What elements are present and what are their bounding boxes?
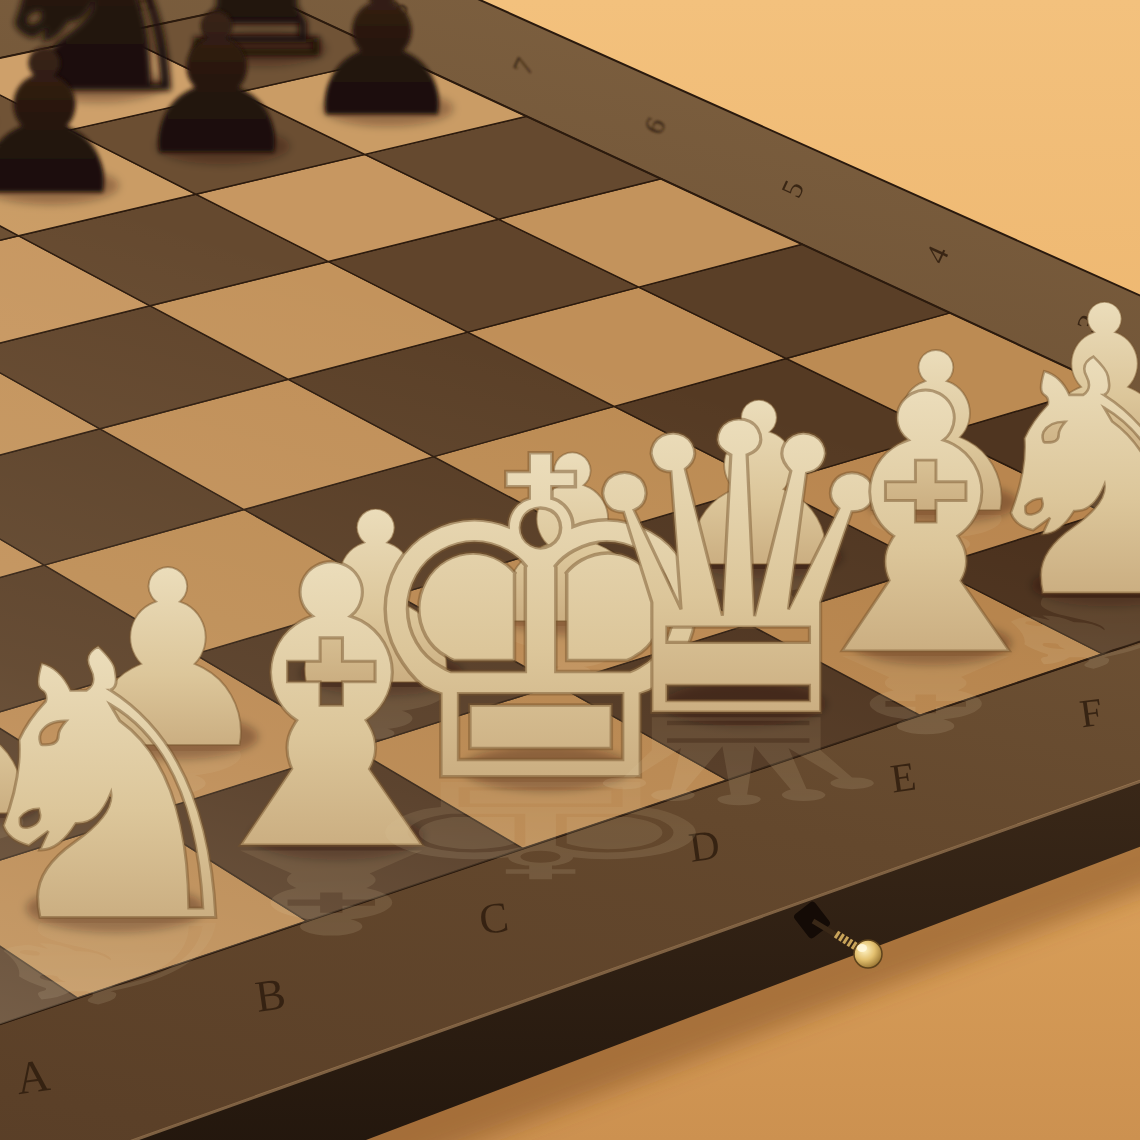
piece-glyph: ♟ — [297, 0, 467, 159]
piece-black-pawn-g7: ♟ — [130, 0, 304, 198]
file-label-a: A — [13, 1049, 53, 1104]
piece-glyph: ♟ — [130, 0, 304, 198]
chessboard-photo: AA11BB22CC33DD44EE55FF66GG77HH88 ♜♞♝♚♛♝♞… — [0, 0, 1140, 1140]
screw-highlight — [857, 944, 867, 952]
piece-white-knight-g1: ♞♞ — [958, 293, 1140, 688]
piece-glyph: ♟ — [0, 8, 133, 239]
screw-head — [854, 940, 882, 968]
piece-black-pawn-f7: ♟ — [0, 8, 133, 239]
piece-glyph: ♞ — [958, 293, 1140, 669]
scene: AA11BB22CC33DD44EE55FF66GG77HH88 ♜♞♝♚♛♝♞… — [0, 0, 1140, 1140]
piece-black-pawn-h7: ♟ — [297, 0, 467, 159]
